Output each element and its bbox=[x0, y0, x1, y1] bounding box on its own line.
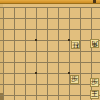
shogi-piece-knight-3d[interactable]: 桂 bbox=[71, 40, 80, 49]
hoshi-star-point bbox=[68, 72, 70, 74]
grid-vertical-line bbox=[47, 7, 48, 100]
piece-kanji: 角 bbox=[91, 40, 98, 47]
shogi-piece-pawn-3g[interactable]: 歩 bbox=[70, 75, 79, 84]
hoshi-star-point bbox=[68, 39, 70, 41]
grid-vertical-line bbox=[3, 7, 4, 100]
grid-horizontal-line bbox=[0, 51, 100, 52]
window-titlebar bbox=[0, 0, 100, 4]
shogi-app-window: 桂角歩歩王 bbox=[0, 0, 100, 100]
grid-horizontal-line bbox=[0, 62, 100, 63]
piece-kanji: 歩 bbox=[71, 76, 78, 83]
grid-horizontal-line bbox=[0, 40, 100, 41]
hoshi-star-point bbox=[35, 39, 37, 41]
grid-horizontal-line bbox=[0, 29, 100, 30]
hoshi-star-point bbox=[35, 72, 37, 74]
grid-horizontal-line bbox=[0, 7, 100, 8]
shogi-piece-king-1h[interactable]: 王 bbox=[90, 90, 99, 99]
grid-horizontal-line bbox=[0, 84, 100, 85]
grid-vertical-line bbox=[58, 7, 59, 100]
shogi-piece-pawn-1g[interactable]: 歩 bbox=[90, 78, 99, 87]
grid-vertical-line bbox=[69, 7, 70, 100]
piece-kanji: 歩 bbox=[91, 79, 98, 86]
grid-horizontal-line bbox=[0, 73, 100, 74]
grid-horizontal-line bbox=[0, 18, 100, 19]
shogi-board[interactable]: 桂角歩歩王 bbox=[0, 4, 100, 100]
piece-kanji: 王 bbox=[91, 91, 98, 98]
grid-vertical-line bbox=[36, 7, 37, 100]
piece-kanji: 桂 bbox=[72, 41, 79, 48]
window-control-icon[interactable] bbox=[93, 0, 96, 3]
grid-horizontal-line bbox=[0, 95, 100, 96]
grid-vertical-line bbox=[25, 7, 26, 100]
grid-vertical-line bbox=[14, 7, 15, 100]
grid-vertical-line bbox=[80, 7, 81, 100]
shogi-piece-bishop-1d[interactable]: 角 bbox=[90, 39, 99, 48]
